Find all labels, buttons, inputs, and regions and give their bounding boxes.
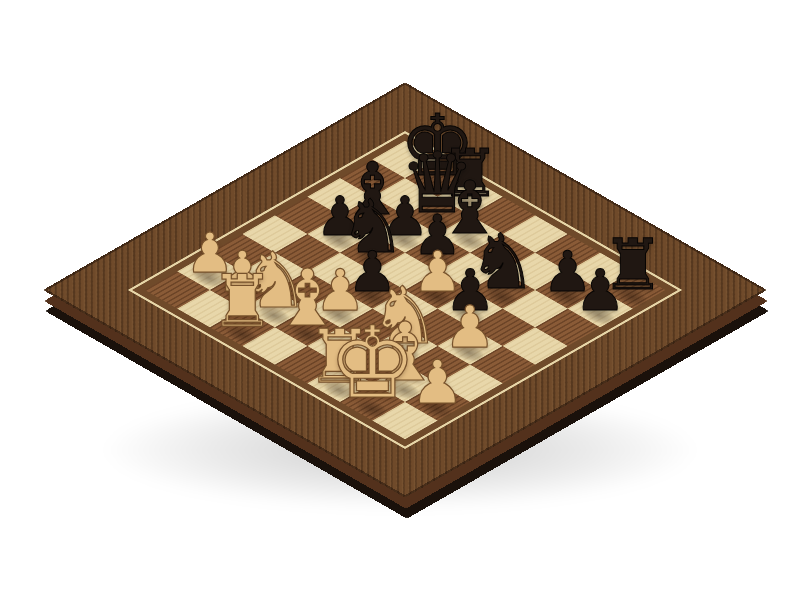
product-photo-scene: ♚♜♜♛♝♟♟♝♟♟♞♟♞♟♟♟♟♟♞♟♟♞♝♝♟♜♜♚	[0, 0, 800, 600]
